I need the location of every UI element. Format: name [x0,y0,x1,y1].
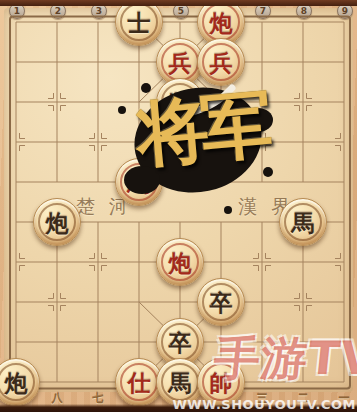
piece-glyph: 炮 [210,11,233,34]
piece-glyph: 馬 [128,171,151,194]
table-edge-top [0,0,357,6]
piece-glyph: 將 [169,91,192,114]
piece-glyph: 兵 [169,51,192,74]
piece-glyph: 卒 [210,291,233,314]
piece-black-士-c4r0[interactable]: 士 [115,0,163,46]
watermark-brand: 手游TV [211,328,357,390]
piece-glyph: 馬 [169,371,192,394]
piece-black-卒-c6r7[interactable]: 卒 [197,278,245,326]
piece-glyph: 馬 [292,211,315,234]
piece-glyph: 兵 [210,51,233,74]
piece-black-將-c5r2[interactable]: 將 [156,78,204,126]
piece-black-馬-c8r5[interactable]: 馬 [279,198,327,246]
watermark-url: WWW.SHOUYOUTV.COM [172,397,356,412]
piece-glyph: 士 [128,11,151,34]
piece-glyph: 炮 [5,371,28,394]
piece-red-兵-c6r1[interactable]: 兵 [197,38,245,86]
piece-red-炮-c5r6[interactable]: 炮 [156,238,204,286]
piece-red-馬-c4r4[interactable]: 馬 [115,158,163,206]
piece-glyph: 炮 [169,251,192,274]
piece-glyph: 仕 [128,371,151,394]
xiangqi-app-screenshot: 123456789 楚河 漢界 士炮兵兵將馬炮馬炮卒卒炮仕馬帥 将军 手游TV … [0,0,357,412]
piece-glyph: 炮 [46,211,69,234]
piece-black-炮-c2r5[interactable]: 炮 [33,198,81,246]
piece-glyph: 卒 [169,331,192,354]
